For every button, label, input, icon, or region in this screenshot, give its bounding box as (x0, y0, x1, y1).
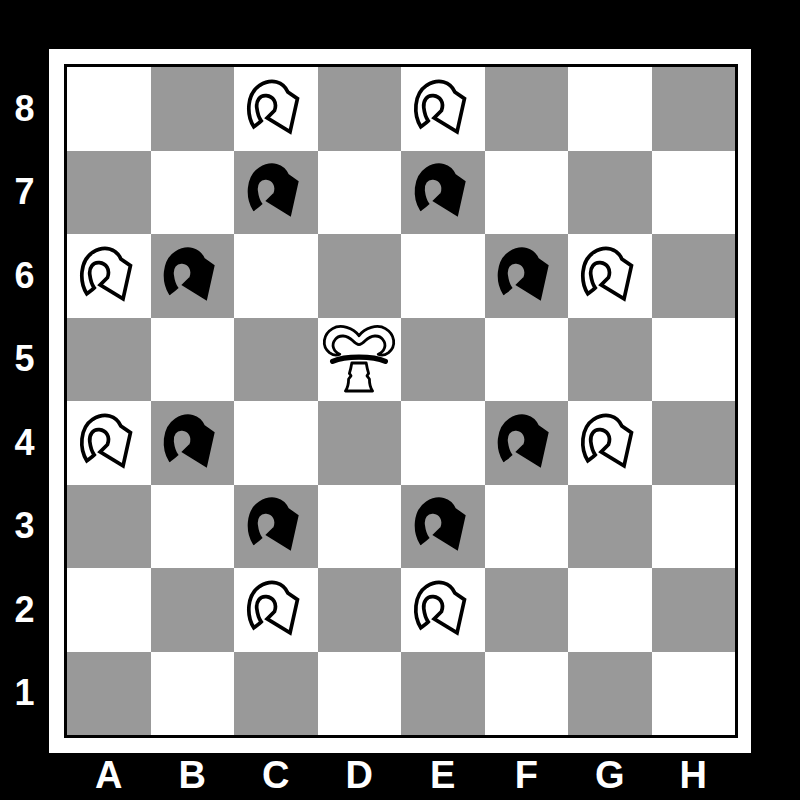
rank-label-7: 7 (0, 151, 49, 235)
square-b6[interactable] (151, 234, 235, 318)
square-a2[interactable] (67, 568, 151, 652)
rank-label-4: 4 (0, 401, 49, 485)
square-c7[interactable] (234, 151, 318, 235)
square-e5[interactable] (401, 318, 485, 402)
square-b8[interactable] (151, 67, 235, 151)
square-a4[interactable] (67, 401, 151, 485)
square-e1[interactable] (401, 652, 485, 736)
rank-label-3: 3 (0, 485, 49, 569)
board-frame (49, 49, 751, 753)
white-curved-arrow-icon (72, 239, 146, 313)
square-a7[interactable] (67, 151, 151, 235)
white-curved-arrow-icon (406, 573, 480, 647)
rank-label-6: 6 (0, 234, 49, 318)
rank-label-5: 5 (0, 318, 49, 402)
square-f4[interactable] (485, 401, 569, 485)
black-curved-arrow-icon (239, 489, 313, 563)
rank-label-2: 2 (0, 568, 49, 652)
file-label-c: C (234, 751, 318, 800)
square-c5[interactable] (234, 318, 318, 402)
square-f6[interactable] (485, 234, 569, 318)
square-h6[interactable] (652, 234, 736, 318)
black-curved-arrow-icon (239, 155, 313, 229)
square-d1[interactable] (318, 652, 402, 736)
square-b3[interactable] (151, 485, 235, 569)
square-g1[interactable] (568, 652, 652, 736)
white-curved-arrow-icon (239, 573, 313, 647)
square-g3[interactable] (568, 485, 652, 569)
square-a5[interactable] (67, 318, 151, 402)
square-f7[interactable] (485, 151, 569, 235)
square-d6[interactable] (318, 234, 402, 318)
square-g4[interactable] (568, 401, 652, 485)
rank-label-8: 8 (0, 67, 49, 151)
diagram-canvas: 87654321 ABCDEFGH (0, 0, 800, 800)
square-h7[interactable] (652, 151, 736, 235)
square-d5[interactable] (318, 318, 402, 402)
rank-label-1: 1 (0, 652, 49, 736)
square-b5[interactable] (151, 318, 235, 402)
square-h2[interactable] (652, 568, 736, 652)
square-b2[interactable] (151, 568, 235, 652)
file-labels: ABCDEFGH (67, 751, 735, 800)
square-d7[interactable] (318, 151, 402, 235)
square-f1[interactable] (485, 652, 569, 736)
square-b7[interactable] (151, 151, 235, 235)
square-e7[interactable] (401, 151, 485, 235)
chess-board (64, 64, 738, 738)
white-curved-arrow-icon (573, 406, 647, 480)
square-c1[interactable] (234, 652, 318, 736)
white-curved-arrow-icon (406, 72, 480, 146)
square-c4[interactable] (234, 401, 318, 485)
file-label-h: H (652, 751, 736, 800)
square-b1[interactable] (151, 652, 235, 736)
square-h8[interactable] (652, 67, 736, 151)
square-h3[interactable] (652, 485, 736, 569)
square-b4[interactable] (151, 401, 235, 485)
square-g7[interactable] (568, 151, 652, 235)
square-g5[interactable] (568, 318, 652, 402)
white-curved-arrow-icon (573, 239, 647, 313)
white-curved-arrow-icon (72, 406, 146, 480)
square-a6[interactable] (67, 234, 151, 318)
square-e8[interactable] (401, 67, 485, 151)
square-c2[interactable] (234, 568, 318, 652)
white-curved-arrow-icon (239, 72, 313, 146)
square-g6[interactable] (568, 234, 652, 318)
file-label-b: B (151, 751, 235, 800)
file-label-d: D (318, 751, 402, 800)
file-label-a: A (67, 751, 151, 800)
square-g8[interactable] (568, 67, 652, 151)
square-a8[interactable] (67, 67, 151, 151)
gnu-icon (319, 319, 399, 399)
square-c3[interactable] (234, 485, 318, 569)
file-label-e: E (401, 751, 485, 800)
black-curved-arrow-icon (489, 239, 563, 313)
square-a1[interactable] (67, 652, 151, 736)
square-f3[interactable] (485, 485, 569, 569)
square-e6[interactable] (401, 234, 485, 318)
square-g2[interactable] (568, 568, 652, 652)
file-label-f: F (485, 751, 569, 800)
file-label-g: G (568, 751, 652, 800)
square-d3[interactable] (318, 485, 402, 569)
square-f5[interactable] (485, 318, 569, 402)
square-h1[interactable] (652, 652, 736, 736)
black-curved-arrow-icon (406, 489, 480, 563)
square-f2[interactable] (485, 568, 569, 652)
square-d2[interactable] (318, 568, 402, 652)
square-d4[interactable] (318, 401, 402, 485)
square-c8[interactable] (234, 67, 318, 151)
square-d8[interactable] (318, 67, 402, 151)
square-e2[interactable] (401, 568, 485, 652)
black-curved-arrow-icon (155, 239, 229, 313)
square-h5[interactable] (652, 318, 736, 402)
square-a3[interactable] (67, 485, 151, 569)
square-f8[interactable] (485, 67, 569, 151)
black-curved-arrow-icon (489, 406, 563, 480)
square-c6[interactable] (234, 234, 318, 318)
black-curved-arrow-icon (155, 406, 229, 480)
square-e4[interactable] (401, 401, 485, 485)
square-e3[interactable] (401, 485, 485, 569)
square-h4[interactable] (652, 401, 736, 485)
black-curved-arrow-icon (406, 155, 480, 229)
rank-labels: 87654321 (0, 67, 49, 735)
